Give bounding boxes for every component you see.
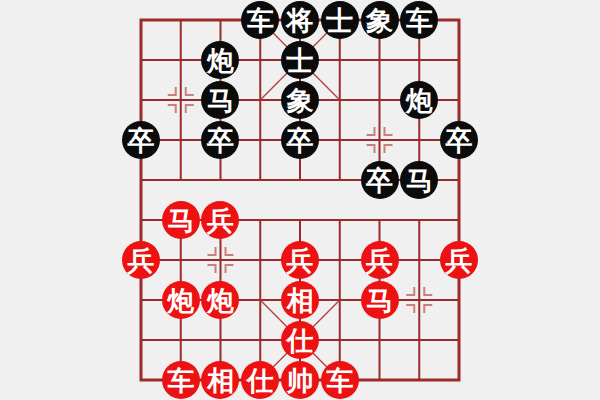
piece-red-cannon[interactable]: 炮	[201, 281, 239, 319]
piece-red-soldier[interactable]: 兵	[201, 201, 239, 239]
piece-red-cannon[interactable]: 炮	[162, 281, 200, 319]
piece-red-advisor[interactable]: 仕	[241, 361, 279, 399]
piece-black-horse[interactable]: 马	[201, 81, 239, 119]
piece-black-elephant[interactable]: 象	[281, 81, 319, 119]
piece-red-horse[interactable]: 马	[162, 201, 200, 239]
piece-black-advisor[interactable]: 士	[281, 41, 319, 79]
piece-black-soldier[interactable]: 卒	[201, 121, 239, 159]
piece-red-advisor[interactable]: 仕	[281, 321, 319, 359]
piece-black-soldier[interactable]: 卒	[361, 161, 399, 199]
piece-red-general[interactable]: 帅	[281, 361, 319, 399]
piece-black-soldier[interactable]: 卒	[281, 121, 319, 159]
piece-red-chariot[interactable]: 车	[321, 361, 359, 399]
piece-black-soldier[interactable]: 卒	[440, 121, 478, 159]
xiangqi-board: 车将士象车炮士马象炮卒卒卒卒卒马马兵兵兵兵兵炮炮相马仕车相仕帅车	[0, 0, 600, 400]
piece-red-soldier[interactable]: 兵	[281, 241, 319, 279]
piece-red-soldier[interactable]: 兵	[122, 241, 160, 279]
piece-black-general[interactable]: 将	[281, 1, 319, 39]
piece-black-horse[interactable]: 马	[400, 161, 438, 199]
piece-black-chariot[interactable]: 车	[400, 1, 438, 39]
piece-grid[interactable]: 车将士象车炮士马象炮卒卒卒卒卒马马兵兵兵兵兵炮炮相马仕车相仕帅车	[121, 0, 479, 400]
piece-red-soldier[interactable]: 兵	[440, 241, 478, 279]
piece-red-horse[interactable]: 马	[361, 281, 399, 319]
piece-red-chariot[interactable]: 车	[162, 361, 200, 399]
piece-black-soldier[interactable]: 卒	[122, 121, 160, 159]
piece-black-elephant[interactable]: 象	[361, 1, 399, 39]
piece-red-soldier[interactable]: 兵	[361, 241, 399, 279]
piece-black-advisor[interactable]: 士	[321, 1, 359, 39]
piece-black-cannon[interactable]: 炮	[201, 41, 239, 79]
piece-black-chariot[interactable]: 车	[241, 1, 279, 39]
piece-red-elephant[interactable]: 相	[201, 361, 239, 399]
piece-red-elephant[interactable]: 相	[281, 281, 319, 319]
piece-black-cannon[interactable]: 炮	[400, 81, 438, 119]
